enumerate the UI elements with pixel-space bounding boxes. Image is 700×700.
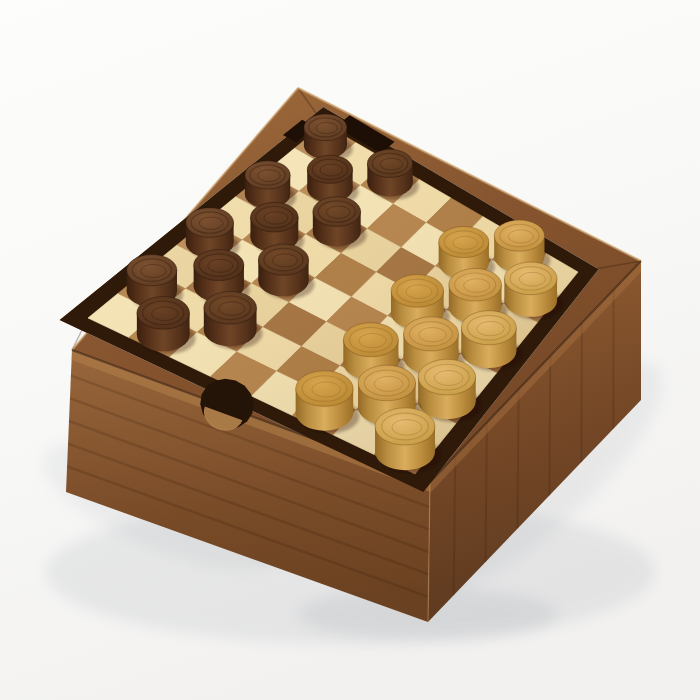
checker-piece-dark[interactable] — [137, 297, 196, 355]
checker-piece-dark[interactable] — [204, 291, 263, 349]
checker-piece-dark[interactable] — [258, 244, 314, 299]
checker-piece-light[interactable] — [296, 371, 360, 433]
checker-piece-light[interactable] — [418, 359, 482, 421]
checkers-box-photo — [0, 0, 700, 700]
checker-piece-light[interactable] — [375, 408, 441, 473]
checker-piece-dark[interactable] — [313, 197, 367, 250]
checker-piece-light[interactable] — [461, 311, 522, 371]
scene-svg — [0, 0, 700, 700]
checker-piece-light[interactable] — [504, 262, 563, 320]
